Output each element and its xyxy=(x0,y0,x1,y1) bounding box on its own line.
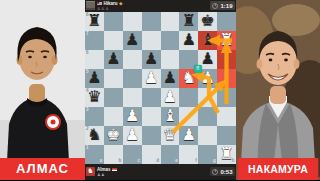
square-f1[interactable]: f xyxy=(179,145,198,164)
square-h1[interactable]: h♜ xyxy=(217,145,236,164)
piece-black-pawn[interactable]: ♟ xyxy=(142,50,161,69)
square-f3[interactable] xyxy=(179,107,198,126)
piece-white-pawn[interactable]: ♟ xyxy=(123,126,142,145)
piece-black-king[interactable]: ♚ xyxy=(198,12,217,31)
square-a3[interactable]: 3 xyxy=(85,107,104,126)
square-e3[interactable]: ♝ xyxy=(161,107,180,126)
square-g8[interactable]: ♚ xyxy=(198,12,217,31)
square-g4[interactable] xyxy=(198,88,217,107)
square-e1[interactable]: e xyxy=(161,145,180,164)
square-e5[interactable]: ♟ xyxy=(161,69,180,88)
square-c7[interactable]: ♟ xyxy=(123,31,142,50)
square-f2[interactable]: ♟ xyxy=(179,126,198,145)
coord-file-d: d xyxy=(156,158,159,163)
piece-white-rook[interactable]: ♜ xyxy=(217,31,236,50)
bottom-player-meta: Almas ♟♟ xyxy=(97,167,117,177)
bottom-player-avatar[interactable]: ♞ xyxy=(86,167,95,176)
square-f4[interactable] xyxy=(179,88,198,107)
left-name-banner: АЛМАС xyxy=(0,158,85,180)
square-d8[interactable] xyxy=(142,12,161,31)
square-d1[interactable]: d xyxy=(142,145,161,164)
square-g3[interactable] xyxy=(198,107,217,126)
coord-rank-6: 6 xyxy=(86,50,89,55)
square-c3[interactable]: ♟ xyxy=(123,107,142,126)
ear-right xyxy=(294,59,300,69)
square-a5[interactable]: 5♟ xyxy=(85,69,104,88)
photo-nakamura xyxy=(236,0,320,180)
top-player-avatar[interactable] xyxy=(86,1,95,10)
piece-black-pawn[interactable]: ♟ xyxy=(123,31,142,50)
coord-rank-5: 5 xyxy=(86,69,89,74)
square-f5[interactable]: ♞ xyxy=(179,69,198,88)
nakamura-portrait xyxy=(236,0,320,180)
ear-left xyxy=(257,59,263,69)
square-h6[interactable] xyxy=(217,50,236,69)
coord-rank-4: 4 xyxy=(86,88,89,93)
piece-white-pawn[interactable]: ♟ xyxy=(161,88,180,107)
top-clock: 1:19 xyxy=(210,1,235,10)
square-b8[interactable] xyxy=(104,12,123,31)
square-d6[interactable]: ♟ xyxy=(142,50,161,69)
bottom-player-bar: ♞ Almas ♟♟ 0:53 xyxy=(85,164,236,181)
piece-white-king[interactable]: ♚ xyxy=(104,126,123,145)
coord-file-e: e xyxy=(175,158,178,163)
coord-rank-3: 3 xyxy=(86,107,89,112)
square-c6[interactable] xyxy=(123,50,142,69)
top-captured-pieces: ♙♙♙ xyxy=(97,6,109,11)
piece-black-pawn[interactable]: ♟ xyxy=(104,50,123,69)
coord-rank-8: 8 xyxy=(86,12,89,17)
top-player-meta: Hikaru ◆ ♙♙♙ xyxy=(97,1,122,11)
square-h2[interactable] xyxy=(217,126,236,145)
piece-black-rook[interactable]: ♜ xyxy=(179,12,198,31)
square-f8[interactable]: ♜ xyxy=(179,12,198,31)
eye-right xyxy=(43,56,47,59)
shirt-logo-center xyxy=(51,120,56,125)
square-c1[interactable]: c xyxy=(123,145,142,164)
square-h4[interactable] xyxy=(217,88,236,107)
square-b6[interactable]: ♟ xyxy=(104,50,123,69)
neck xyxy=(270,86,286,104)
square-a6[interactable]: 6 xyxy=(85,50,104,69)
square-e6[interactable] xyxy=(161,50,180,69)
square-g1[interactable]: g xyxy=(198,145,217,164)
right-name-banner: НАКАМУРА xyxy=(238,158,319,180)
us-flag-icon xyxy=(97,2,102,6)
coord-file-g: g xyxy=(213,158,216,163)
video-thumbnail: Hikaru ◆ ♙♙♙ 1:19 8♜♜♚7♟♟♝♜6♟♟♟5♟♟♟♞♟4♛♟… xyxy=(0,0,320,180)
square-h8[interactable] xyxy=(217,12,236,31)
piece-white-pawn[interactable]: ♟ xyxy=(179,126,198,145)
piece-black-pawn[interactable]: ♟ xyxy=(161,69,180,88)
square-a2[interactable]: 2♞ xyxy=(85,126,104,145)
square-c2[interactable]: ♟ xyxy=(123,126,142,145)
clock-icon xyxy=(212,3,218,9)
piece-black-pawn[interactable]: ♟ xyxy=(198,50,217,69)
piece-white-queen[interactable]: ♛ xyxy=(161,126,180,145)
square-a1[interactable]: 1a xyxy=(85,145,104,164)
photo-almas xyxy=(0,0,85,180)
piece-black-pawn[interactable]: ♟ xyxy=(179,31,198,50)
ear-right xyxy=(52,55,58,65)
top-player-bar: Hikaru ◆ ♙♙♙ 1:19 xyxy=(85,0,236,12)
piece-black-bishop[interactable]: ♝ xyxy=(198,31,217,50)
coord-file-h: h xyxy=(232,158,235,163)
coord-rank-7: 7 xyxy=(86,31,89,36)
square-b5[interactable] xyxy=(104,69,123,88)
square-b3[interactable] xyxy=(104,107,123,126)
piece-white-pawn[interactable]: ♟ xyxy=(198,69,217,88)
bottom-clock: 0:53 xyxy=(210,167,235,176)
square-e8[interactable] xyxy=(161,12,180,31)
piece-white-bishop[interactable]: ♝ xyxy=(161,107,180,126)
coord-rank-2: 2 xyxy=(86,126,89,131)
piece-white-knight[interactable]: ♞ xyxy=(179,69,198,88)
chess-board[interactable]: 8♜♜♚7♟♟♝♜6♟♟♟5♟♟♟♞♟4♛♟3♟♝2♞♚♟♛♟1abcdefgh… xyxy=(85,12,236,164)
square-h5[interactable] xyxy=(217,69,236,88)
square-d5[interactable]: ♟ xyxy=(142,69,161,88)
square-f7[interactable]: ♟ xyxy=(179,31,198,50)
clock-icon xyxy=(212,169,218,175)
square-b1[interactable]: b xyxy=(104,145,123,164)
square-e7[interactable] xyxy=(161,31,180,50)
square-d4[interactable] xyxy=(142,88,161,107)
coord-file-b: b xyxy=(119,158,122,163)
square-c5[interactable] xyxy=(123,69,142,88)
chess-screenshot: Hikaru ◆ ♙♙♙ 1:19 8♜♜♚7♟♟♝♜6♟♟♟5♟♟♟♞♟4♛♟… xyxy=(85,0,236,180)
eye-left xyxy=(269,59,273,62)
square-g6[interactable]: ♟ xyxy=(198,50,217,69)
ear-left xyxy=(17,55,23,65)
coord-file-a: a xyxy=(100,158,103,163)
square-a7[interactable]: 7 xyxy=(85,31,104,50)
square-c4[interactable] xyxy=(123,88,142,107)
bottom-clock-time: 0:53 xyxy=(220,169,232,175)
square-g7[interactable]: ♝ xyxy=(198,31,217,50)
top-clock-time: 1:19 xyxy=(220,3,232,9)
square-b4[interactable] xyxy=(104,88,123,107)
coord-rank-1: 1 xyxy=(86,145,89,150)
square-e2[interactable]: ♛ xyxy=(161,126,180,145)
piece-white-pawn[interactable]: ♟ xyxy=(123,107,142,126)
piece-white-pawn[interactable]: ♟ xyxy=(142,69,161,88)
square-g5[interactable]: ♟ xyxy=(198,69,217,88)
square-c8[interactable] xyxy=(123,12,142,31)
square-d7[interactable] xyxy=(142,31,161,50)
square-f6[interactable] xyxy=(179,50,198,69)
square-h3[interactable] xyxy=(217,107,236,126)
coord-file-f: f xyxy=(195,158,197,163)
square-b7[interactable] xyxy=(104,31,123,50)
bottom-flag-icon xyxy=(112,168,117,172)
square-h7[interactable]: ♜ xyxy=(217,31,236,50)
square-b2[interactable]: ♚ xyxy=(104,126,123,145)
square-a4[interactable]: 4♛ xyxy=(85,88,104,107)
square-d2[interactable] xyxy=(142,126,161,145)
bottom-captured-pieces: ♟♟ xyxy=(97,172,105,177)
square-a8[interactable]: 8♜ xyxy=(85,12,104,31)
square-d3[interactable] xyxy=(142,107,161,126)
eye-left xyxy=(28,56,32,59)
almas-portrait xyxy=(0,0,85,180)
coord-file-c: c xyxy=(138,158,141,163)
square-e4[interactable]: ♟ xyxy=(161,88,180,107)
square-g2[interactable] xyxy=(198,126,217,145)
eye-right xyxy=(284,59,288,62)
